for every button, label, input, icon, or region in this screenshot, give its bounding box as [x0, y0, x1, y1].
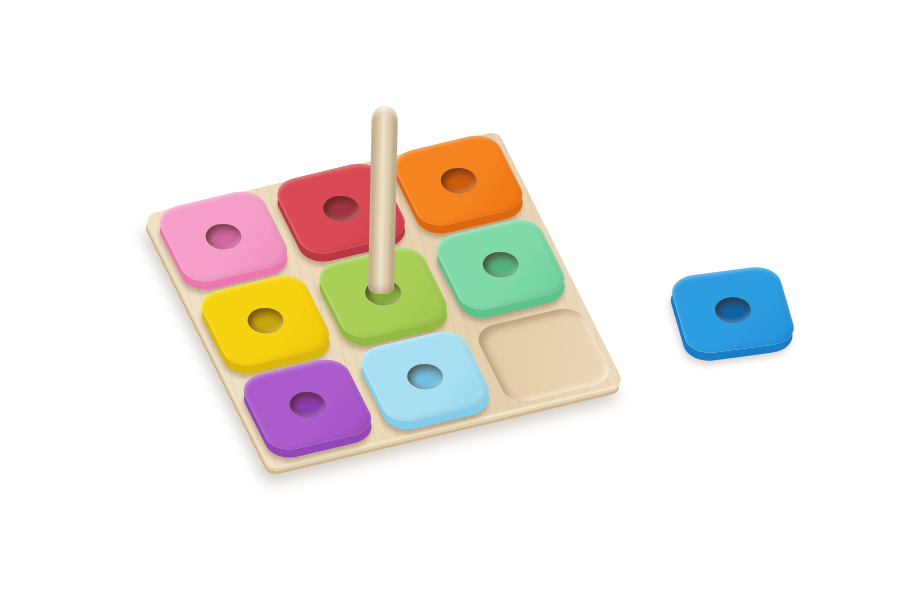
block-hole — [243, 305, 289, 337]
block-hole — [318, 193, 364, 225]
wooden-peg[interactable] — [368, 106, 398, 295]
block-hole — [201, 221, 247, 253]
product-photo-stage — [0, 0, 900, 599]
loose-block-hole — [712, 295, 754, 324]
block-hole — [478, 249, 524, 281]
block-orange[interactable] — [388, 131, 529, 230]
block-hole — [285, 389, 331, 421]
loose-block-blue[interactable] — [668, 264, 799, 355]
block-hole — [402, 361, 448, 393]
block-hole — [436, 165, 482, 197]
